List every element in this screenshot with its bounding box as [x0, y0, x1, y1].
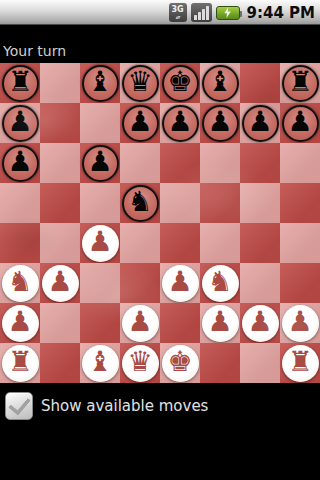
piece-glyph: ♟	[207, 108, 232, 136]
square-h8[interactable]: ♜	[280, 63, 320, 103]
piece-glyph: ♜	[287, 348, 312, 376]
black-rook: ♜	[282, 65, 319, 102]
square-e2[interactable]	[160, 303, 200, 343]
piece-glyph: ♞	[7, 268, 32, 296]
square-g8[interactable]	[240, 63, 280, 103]
square-b4[interactable]	[40, 223, 80, 263]
square-f3[interactable]: ♞	[200, 263, 240, 303]
signal-bar	[206, 6, 209, 20]
black-pawn: ♟	[202, 105, 239, 142]
white-rook: ♜	[282, 345, 319, 382]
black-pawn: ♟	[162, 105, 199, 142]
white-pawn: ♟	[282, 305, 319, 342]
white-pawn: ♟	[42, 265, 79, 302]
piece-glyph: ♟	[7, 148, 32, 176]
square-a2[interactable]: ♟	[0, 303, 40, 343]
black-pawn: ♟	[242, 105, 279, 142]
square-b8[interactable]	[40, 63, 80, 103]
piece-glyph: ♛	[127, 68, 152, 96]
piece-glyph: ♜	[287, 68, 312, 96]
square-f5[interactable]	[200, 183, 240, 223]
show-moves-checkbox[interactable]	[5, 392, 33, 420]
white-rook: ♜	[2, 345, 39, 382]
piece-glyph: ♞	[127, 188, 152, 216]
signal-strength-icon	[191, 3, 212, 22]
white-knight: ♞	[2, 265, 39, 302]
square-a3[interactable]: ♞	[0, 263, 40, 303]
square-f4[interactable]	[200, 223, 240, 263]
piece-glyph: ♛	[127, 348, 152, 376]
square-b6[interactable]	[40, 143, 80, 183]
signal-bar	[198, 12, 201, 20]
piece-glyph: ♝	[87, 68, 112, 96]
piece-glyph: ♟	[87, 228, 112, 256]
piece-glyph: ♚	[167, 68, 192, 96]
square-e3[interactable]: ♟	[160, 263, 200, 303]
app-screen: 3G ▴▾ 9:44 PM Your turn ♜♝♛♚♝♜♟♟♟♟♟♟♟♟♞♟…	[0, 0, 320, 480]
square-b3[interactable]: ♟	[40, 263, 80, 303]
square-c4[interactable]: ♟	[80, 223, 120, 263]
square-d8[interactable]: ♛	[120, 63, 160, 103]
square-d3[interactable]	[120, 263, 160, 303]
android-status-bar: 3G ▴▾ 9:44 PM	[0, 0, 320, 25]
square-e1[interactable]: ♚	[160, 343, 200, 383]
square-d5[interactable]: ♞	[120, 183, 160, 223]
lightning-bolt-icon	[223, 7, 232, 18]
square-h2[interactable]: ♟	[280, 303, 320, 343]
square-e6[interactable]	[160, 143, 200, 183]
square-h3[interactable]	[280, 263, 320, 303]
square-d6[interactable]	[120, 143, 160, 183]
square-d4[interactable]	[120, 223, 160, 263]
show-moves-label: Show available moves	[41, 397, 208, 415]
piece-glyph: ♚	[167, 348, 192, 376]
black-pawn: ♟	[282, 105, 319, 142]
battery-charging-icon	[216, 6, 240, 20]
square-b2[interactable]	[40, 303, 80, 343]
turn-banner-text: Your turn	[3, 43, 66, 60]
piece-glyph: ♟	[207, 308, 232, 336]
white-queen: ♛	[122, 345, 159, 382]
square-g2[interactable]: ♟	[240, 303, 280, 343]
checkmark-icon	[8, 392, 31, 416]
white-bishop: ♝	[82, 345, 119, 382]
square-e7[interactable]: ♟	[160, 103, 200, 143]
square-g6[interactable]	[240, 143, 280, 183]
white-pawn: ♟	[242, 305, 279, 342]
white-knight: ♞	[202, 265, 239, 302]
piece-glyph: ♟	[127, 108, 152, 136]
square-e5[interactable]	[160, 183, 200, 223]
chess-board: ♜♝♛♚♝♜♟♟♟♟♟♟♟♟♞♟♞♟♟♞♟♟♟♟♟♜♝♛♚♜	[0, 63, 320, 383]
black-king: ♚	[162, 65, 199, 102]
black-pawn: ♟	[2, 145, 39, 182]
square-c6[interactable]: ♟	[80, 143, 120, 183]
square-h4[interactable]	[280, 223, 320, 263]
white-king: ♚	[162, 345, 199, 382]
black-pawn: ♟	[82, 145, 119, 182]
square-c1[interactable]: ♝	[80, 343, 120, 383]
square-g1[interactable]	[240, 343, 280, 383]
square-b7[interactable]	[40, 103, 80, 143]
square-h7[interactable]: ♟	[280, 103, 320, 143]
white-pawn: ♟	[202, 305, 239, 342]
piece-glyph: ♜	[7, 348, 32, 376]
square-g5[interactable]	[240, 183, 280, 223]
black-bishop: ♝	[82, 65, 119, 102]
status-bar-clock: 9:44 PM	[247, 4, 315, 22]
black-rook: ♜	[2, 65, 39, 102]
square-e8[interactable]: ♚	[160, 63, 200, 103]
white-pawn: ♟	[162, 265, 199, 302]
piece-glyph: ♞	[207, 268, 232, 296]
show-moves-option-row: Show available moves	[0, 383, 320, 420]
black-knight: ♞	[122, 185, 159, 222]
square-c8[interactable]: ♝	[80, 63, 120, 103]
piece-glyph: ♟	[167, 108, 192, 136]
square-c7[interactable]	[80, 103, 120, 143]
piece-glyph: ♟	[247, 308, 272, 336]
black-pawn: ♟	[2, 105, 39, 142]
square-c3[interactable]	[80, 263, 120, 303]
black-queen: ♛	[122, 65, 159, 102]
square-a5[interactable]	[0, 183, 40, 223]
square-h6[interactable]	[280, 143, 320, 183]
square-f8[interactable]: ♝	[200, 63, 240, 103]
square-e4[interactable]	[160, 223, 200, 263]
piece-glyph: ♟	[287, 308, 312, 336]
piece-glyph: ♟	[7, 308, 32, 336]
turn-banner: Your turn	[0, 25, 320, 63]
square-f7[interactable]: ♟	[200, 103, 240, 143]
piece-glyph: ♝	[87, 348, 112, 376]
square-a4[interactable]	[0, 223, 40, 263]
piece-glyph: ♟	[7, 108, 32, 136]
signal-bar	[194, 15, 197, 20]
piece-glyph: ♜	[7, 68, 32, 96]
piece-glyph: ♟	[167, 268, 192, 296]
piece-glyph: ♟	[47, 268, 72, 296]
square-a1[interactable]: ♜	[0, 343, 40, 383]
square-a7[interactable]: ♟	[0, 103, 40, 143]
square-f6[interactable]	[200, 143, 240, 183]
square-c5[interactable]	[80, 183, 120, 223]
square-g3[interactable]	[240, 263, 280, 303]
square-a8[interactable]: ♜	[0, 63, 40, 103]
square-d1[interactable]: ♛	[120, 343, 160, 383]
square-h1[interactable]: ♜	[280, 343, 320, 383]
signal-bar	[202, 9, 205, 20]
square-d2[interactable]: ♟	[120, 303, 160, 343]
white-pawn: ♟	[2, 305, 39, 342]
square-f2[interactable]: ♟	[200, 303, 240, 343]
square-d7[interactable]: ♟	[120, 103, 160, 143]
white-pawn: ♟	[122, 305, 159, 342]
square-g4[interactable]	[240, 223, 280, 263]
square-a6[interactable]: ♟	[0, 143, 40, 183]
square-g7[interactable]: ♟	[240, 103, 280, 143]
square-h5[interactable]	[280, 183, 320, 223]
3g-data-icon: 3G ▴▾	[169, 3, 187, 22]
black-pawn: ♟	[122, 105, 159, 142]
data-activity-arrows-icon: ▴▾	[176, 14, 180, 20]
square-b5[interactable]	[40, 183, 80, 223]
piece-glyph: ♟	[287, 108, 312, 136]
square-c2[interactable]	[80, 303, 120, 343]
square-b1[interactable]	[40, 343, 80, 383]
piece-glyph: ♟	[87, 148, 112, 176]
black-bishop: ♝	[202, 65, 239, 102]
piece-glyph: ♝	[207, 68, 232, 96]
square-f1[interactable]	[200, 343, 240, 383]
piece-glyph: ♟	[247, 108, 272, 136]
piece-glyph: ♟	[127, 308, 152, 336]
white-pawn: ♟	[82, 225, 119, 262]
